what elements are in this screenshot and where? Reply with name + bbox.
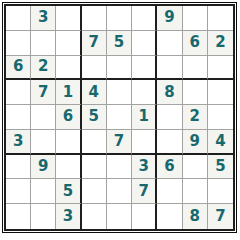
cell-r1c9[interactable]: [208, 6, 233, 31]
cell-r3c5[interactable]: [107, 56, 132, 81]
cell-r7c9[interactable]: 5: [208, 155, 233, 180]
cell-r4c7[interactable]: 8: [157, 80, 182, 105]
cell-r2c1[interactable]: [6, 31, 31, 56]
cell-r7c6[interactable]: 3: [132, 155, 157, 180]
cell-r1c8[interactable]: [183, 6, 208, 31]
cell-r3c4[interactable]: [82, 56, 107, 81]
cell-r5c1[interactable]: [6, 105, 31, 130]
cell-r6c2[interactable]: [31, 130, 56, 155]
cell-r9c2[interactable]: [31, 204, 56, 229]
cell-r3c9[interactable]: [208, 56, 233, 81]
cell-r3c6[interactable]: [132, 56, 157, 81]
cell-r6c8[interactable]: 9: [183, 130, 208, 155]
cell-r7c5[interactable]: [107, 155, 132, 180]
cell-r2c3[interactable]: [56, 31, 81, 56]
cell-r2c4[interactable]: 7: [82, 31, 107, 56]
cell-r7c1[interactable]: [6, 155, 31, 180]
cell-r5c3[interactable]: 6: [56, 105, 81, 130]
cell-r3c2[interactable]: 2: [31, 56, 56, 81]
cell-r8c6[interactable]: 7: [132, 179, 157, 204]
sudoku-frame: 39756262714865123794936557387: [2, 2, 237, 233]
cell-r4c1[interactable]: [6, 80, 31, 105]
cell-r8c7[interactable]: [157, 179, 182, 204]
cell-r1c4[interactable]: [82, 6, 107, 31]
cell-r1c6[interactable]: [132, 6, 157, 31]
cell-r4c5[interactable]: [107, 80, 132, 105]
cell-r1c2[interactable]: 3: [31, 6, 56, 31]
cell-r3c1[interactable]: 6: [6, 56, 31, 81]
cell-r4c4[interactable]: 4: [82, 80, 107, 105]
cell-r5c7[interactable]: [157, 105, 182, 130]
cell-r9c7[interactable]: [157, 204, 182, 229]
cell-r5c4[interactable]: 5: [82, 105, 107, 130]
cell-r1c5[interactable]: [107, 6, 132, 31]
sudoku-board: 39756262714865123794936557387: [4, 4, 235, 231]
cell-r7c7[interactable]: 6: [157, 155, 182, 180]
cell-r8c5[interactable]: [107, 179, 132, 204]
cell-r4c6[interactable]: [132, 80, 157, 105]
cell-r4c8[interactable]: [183, 80, 208, 105]
cell-r4c3[interactable]: 1: [56, 80, 81, 105]
cell-r5c9[interactable]: [208, 105, 233, 130]
cell-r5c8[interactable]: 2: [183, 105, 208, 130]
cell-r8c3[interactable]: 5: [56, 179, 81, 204]
cell-r9c3[interactable]: 3: [56, 204, 81, 229]
cell-r5c5[interactable]: [107, 105, 132, 130]
cell-r6c4[interactable]: [82, 130, 107, 155]
cell-r8c1[interactable]: [6, 179, 31, 204]
cell-r9c8[interactable]: 8: [183, 204, 208, 229]
cell-r7c2[interactable]: 9: [31, 155, 56, 180]
cell-r9c9[interactable]: 7: [208, 204, 233, 229]
cell-r2c9[interactable]: 2: [208, 31, 233, 56]
cell-r7c4[interactable]: [82, 155, 107, 180]
cell-r9c6[interactable]: [132, 204, 157, 229]
cell-r1c3[interactable]: [56, 6, 81, 31]
cell-r8c9[interactable]: [208, 179, 233, 204]
cell-r3c7[interactable]: [157, 56, 182, 81]
cell-r6c5[interactable]: 7: [107, 130, 132, 155]
cell-r4c9[interactable]: [208, 80, 233, 105]
cell-r2c5[interactable]: 5: [107, 31, 132, 56]
cell-r9c1[interactable]: [6, 204, 31, 229]
cell-r6c1[interactable]: 3: [6, 130, 31, 155]
cell-r4c2[interactable]: 7: [31, 80, 56, 105]
cell-r6c6[interactable]: [132, 130, 157, 155]
cell-r2c2[interactable]: [31, 31, 56, 56]
cell-r7c3[interactable]: [56, 155, 81, 180]
cell-r2c8[interactable]: 6: [183, 31, 208, 56]
cell-r3c3[interactable]: [56, 56, 81, 81]
cell-r9c5[interactable]: [107, 204, 132, 229]
cell-r8c2[interactable]: [31, 179, 56, 204]
cell-r8c4[interactable]: [82, 179, 107, 204]
cell-r2c7[interactable]: [157, 31, 182, 56]
cell-r8c8[interactable]: [183, 179, 208, 204]
cell-r2c6[interactable]: [132, 31, 157, 56]
cell-r5c2[interactable]: [31, 105, 56, 130]
cell-r1c1[interactable]: [6, 6, 31, 31]
cell-r3c8[interactable]: [183, 56, 208, 81]
cell-r6c7[interactable]: [157, 130, 182, 155]
cell-r6c9[interactable]: 4: [208, 130, 233, 155]
cell-r9c4[interactable]: [82, 204, 107, 229]
cell-r5c6[interactable]: 1: [132, 105, 157, 130]
cell-r6c3[interactable]: [56, 130, 81, 155]
cell-r1c7[interactable]: 9: [157, 6, 182, 31]
cell-r7c8[interactable]: [183, 155, 208, 180]
